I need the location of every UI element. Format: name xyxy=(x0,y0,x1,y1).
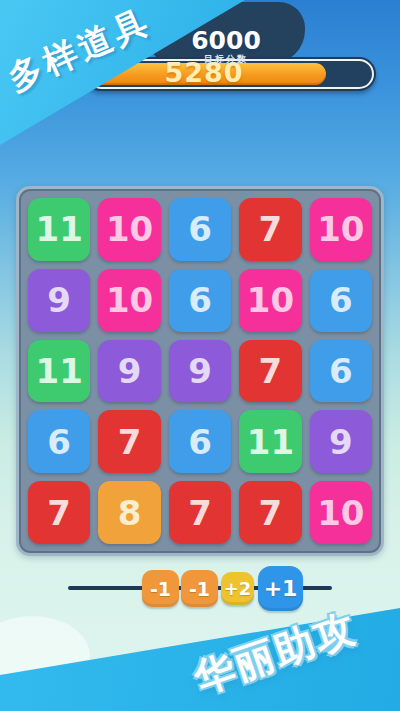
tile-r1c5-10[interactable]: 10 xyxy=(310,198,372,261)
tile-r4c5-9[interactable]: 9 xyxy=(310,410,372,473)
tile-r4c4-11[interactable]: 11 xyxy=(239,410,301,473)
powerup-button-plus2-2[interactable]: +2 xyxy=(221,572,254,605)
target-score: 6000 xyxy=(170,26,282,55)
powerup-button-minus1-0[interactable]: -1 xyxy=(142,570,179,607)
powerup-button-minus1-1[interactable]: -1 xyxy=(181,570,218,607)
target-score-label: 目标分数 xyxy=(170,53,282,66)
tile-r1c3-6[interactable]: 6 xyxy=(169,198,231,261)
tile-r3c1-11[interactable]: 11 xyxy=(28,340,90,403)
tile-r5c5-10[interactable]: 10 xyxy=(310,481,372,544)
tile-r2c1-9[interactable]: 9 xyxy=(28,269,90,332)
tile-r1c1-11[interactable]: 11 xyxy=(28,198,90,261)
tile-r5c2-8[interactable]: 8 xyxy=(98,481,160,544)
tile-r2c2-10[interactable]: 10 xyxy=(98,269,160,332)
board-grid: 111067109106106119976676119787710 xyxy=(16,186,384,556)
tile-r4c3-6[interactable]: 6 xyxy=(169,410,231,473)
tile-r3c4-7[interactable]: 7 xyxy=(239,340,301,403)
tile-r2c3-6[interactable]: 6 xyxy=(169,269,231,332)
tile-r5c1-7[interactable]: 7 xyxy=(28,481,90,544)
tile-r2c4-10[interactable]: 10 xyxy=(239,269,301,332)
tile-r4c1-6[interactable]: 6 xyxy=(28,410,90,473)
tile-r3c3-9[interactable]: 9 xyxy=(169,340,231,403)
tile-r4c2-7[interactable]: 7 xyxy=(98,410,160,473)
tile-r2c5-6[interactable]: 6 xyxy=(310,269,372,332)
tile-r1c2-10[interactable]: 10 xyxy=(98,198,160,261)
tile-r5c3-7[interactable]: 7 xyxy=(169,481,231,544)
powerup-button-plus1-3[interactable]: +1 xyxy=(258,566,303,611)
game-screen: 5280 多样道具 6000 目标分数 11106710910610611997… xyxy=(0,0,400,711)
tile-r5c4-7[interactable]: 7 xyxy=(239,481,301,544)
tile-r3c2-9[interactable]: 9 xyxy=(98,340,160,403)
tile-r1c4-7[interactable]: 7 xyxy=(239,198,301,261)
tile-r3c5-6[interactable]: 6 xyxy=(310,340,372,403)
